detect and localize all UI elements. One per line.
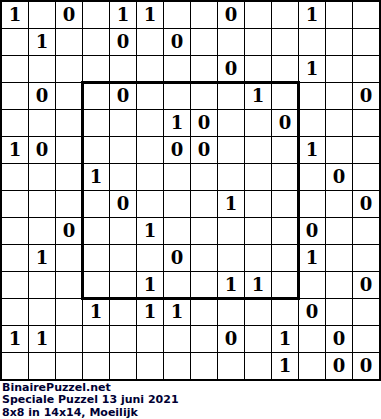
cell-r12c2[interactable] xyxy=(56,326,82,352)
cell-r4c0[interactable] xyxy=(2,110,28,136)
cell-r0c3[interactable] xyxy=(83,2,109,28)
cell-r12c9[interactable] xyxy=(245,326,271,352)
cell-r13c8[interactable] xyxy=(218,353,244,379)
cell-r11c10[interactable] xyxy=(272,299,298,325)
cell-r3c8[interactable] xyxy=(218,83,244,109)
cell-r9c0[interactable] xyxy=(2,245,28,271)
cell-r0c2: 0 xyxy=(56,2,82,28)
cell-r6c0[interactable] xyxy=(2,164,28,190)
cell-r0c6[interactable] xyxy=(164,2,190,28)
cell-r12c3[interactable] xyxy=(83,326,109,352)
cell-r12c6[interactable] xyxy=(164,326,190,352)
cell-r7c3[interactable] xyxy=(83,191,109,217)
cell-r2c2[interactable] xyxy=(56,56,82,82)
cell-r8c13[interactable] xyxy=(353,218,379,244)
cell-r10c8: 1 xyxy=(218,272,244,298)
cell-r5c4[interactable] xyxy=(110,137,136,163)
cell-r0c1[interactable] xyxy=(29,2,55,28)
cell-r11c3: 1 xyxy=(83,299,109,325)
cell-r13c10: 1 xyxy=(272,353,298,379)
cell-r12c0: 1 xyxy=(2,326,28,352)
cell-r7c11[interactable] xyxy=(299,191,325,217)
cell-r2c10[interactable] xyxy=(272,56,298,82)
cell-r12c4[interactable] xyxy=(110,326,136,352)
cell-r3c7[interactable] xyxy=(191,83,217,109)
cell-r8c7[interactable] xyxy=(191,218,217,244)
cell-r5c0: 1 xyxy=(2,137,28,163)
cell-r0c11: 1 xyxy=(299,2,325,28)
board: 1011011000100101001000110010010101111011… xyxy=(0,0,381,381)
cell-r9c3[interactable] xyxy=(83,245,109,271)
cell-r12c10: 1 xyxy=(272,326,298,352)
cell-r4c11[interactable] xyxy=(299,110,325,136)
cell-r4c13[interactable] xyxy=(353,110,379,136)
cell-r3c5[interactable] xyxy=(137,83,163,109)
cell-r2c4[interactable] xyxy=(110,56,136,82)
cell-r1c7[interactable] xyxy=(191,29,217,55)
cell-r6c6[interactable] xyxy=(164,164,190,190)
cell-r4c10: 0 xyxy=(272,110,298,136)
cell-r3c6[interactable] xyxy=(164,83,190,109)
cell-r12c13[interactable] xyxy=(353,326,379,352)
cell-r8c10[interactable] xyxy=(272,218,298,244)
cell-r5c13[interactable] xyxy=(353,137,379,163)
cell-r12c12: 0 xyxy=(326,326,352,352)
cell-r13c0[interactable] xyxy=(2,353,28,379)
cell-r13c9[interactable] xyxy=(245,353,271,379)
cell-r11c5: 1 xyxy=(137,299,163,325)
cell-r11c9[interactable] xyxy=(245,299,271,325)
cell-r10c9: 1 xyxy=(245,272,271,298)
cell-r9c8[interactable] xyxy=(218,245,244,271)
cell-r5c7: 0 xyxy=(191,137,217,163)
cell-r11c12[interactable] xyxy=(326,299,352,325)
cell-r1c0[interactable] xyxy=(2,29,28,55)
cell-r7c13: 0 xyxy=(353,191,379,217)
cell-r12c7[interactable] xyxy=(191,326,217,352)
cell-r9c5[interactable] xyxy=(137,245,163,271)
cell-r10c5: 1 xyxy=(137,272,163,298)
cell-r7c2[interactable] xyxy=(56,191,82,217)
cell-r3c12[interactable] xyxy=(326,83,352,109)
cell-r6c12: 0 xyxy=(326,164,352,190)
cell-r1c3[interactable] xyxy=(83,29,109,55)
cell-r5c8[interactable] xyxy=(218,137,244,163)
cell-r10c1[interactable] xyxy=(29,272,55,298)
cell-r8c4[interactable] xyxy=(110,218,136,244)
cell-r5c10[interactable] xyxy=(272,137,298,163)
cell-r0c10[interactable] xyxy=(272,2,298,28)
cell-r13c11[interactable] xyxy=(299,353,325,379)
cell-r11c13[interactable] xyxy=(353,299,379,325)
cell-r10c12[interactable] xyxy=(326,272,352,298)
cell-r8c2: 0 xyxy=(56,218,82,244)
cell-r1c9[interactable] xyxy=(245,29,271,55)
cell-r9c4[interactable] xyxy=(110,245,136,271)
cell-r10c13: 0 xyxy=(353,272,379,298)
cell-r13c7[interactable] xyxy=(191,353,217,379)
cell-r2c12[interactable] xyxy=(326,56,352,82)
cell-r1c6: 0 xyxy=(164,29,190,55)
cell-r5c9[interactable] xyxy=(245,137,271,163)
cell-r7c1[interactable] xyxy=(29,191,55,217)
cell-r0c8: 0 xyxy=(218,2,244,28)
cell-r4c7: 0 xyxy=(191,110,217,136)
cell-r6c2[interactable] xyxy=(56,164,82,190)
cell-r13c3[interactable] xyxy=(83,353,109,379)
cell-r11c4[interactable] xyxy=(110,299,136,325)
cell-r2c3[interactable] xyxy=(83,56,109,82)
cell-r10c11[interactable] xyxy=(299,272,325,298)
cell-r6c3: 1 xyxy=(83,164,109,190)
cell-r1c13[interactable] xyxy=(353,29,379,55)
cell-r13c1[interactable] xyxy=(29,353,55,379)
cell-r4c5[interactable] xyxy=(137,110,163,136)
cell-r0c7[interactable] xyxy=(191,2,217,28)
cell-r13c5[interactable] xyxy=(137,353,163,379)
cell-r9c13[interactable] xyxy=(353,245,379,271)
cell-r10c7[interactable] xyxy=(191,272,217,298)
cell-r2c5[interactable] xyxy=(137,56,163,82)
cell-r6c10[interactable] xyxy=(272,164,298,190)
cell-r3c0[interactable] xyxy=(2,83,28,109)
cell-r7c0[interactable] xyxy=(2,191,28,217)
cell-r8c0[interactable] xyxy=(2,218,28,244)
cell-r3c11[interactable] xyxy=(299,83,325,109)
cell-r1c5[interactable] xyxy=(137,29,163,55)
cell-r11c11: 0 xyxy=(299,299,325,325)
cell-r2c9[interactable] xyxy=(245,56,271,82)
cell-r2c6[interactable] xyxy=(164,56,190,82)
cell-r10c2[interactable] xyxy=(56,272,82,298)
cell-r10c6[interactable] xyxy=(164,272,190,298)
cell-r1c11[interactable] xyxy=(299,29,325,55)
cell-r5c1: 0 xyxy=(29,137,55,163)
cell-r4c4[interactable] xyxy=(110,110,136,136)
cell-r6c9[interactable] xyxy=(245,164,271,190)
cell-r0c0: 1 xyxy=(2,2,28,28)
board-wrap: 1011011000100101001000110010010101111011… xyxy=(0,0,381,381)
cell-r1c12[interactable] xyxy=(326,29,352,55)
cell-r11c8[interactable] xyxy=(218,299,244,325)
cell-r8c6[interactable] xyxy=(164,218,190,244)
cell-r5c2[interactable] xyxy=(56,137,82,163)
cell-r10c3[interactable] xyxy=(83,272,109,298)
cell-r7c5[interactable] xyxy=(137,191,163,217)
cell-r1c2[interactable] xyxy=(56,29,82,55)
cell-r2c1[interactable] xyxy=(29,56,55,82)
cell-r5c6: 0 xyxy=(164,137,190,163)
cell-r4c2[interactable] xyxy=(56,110,82,136)
cell-r7c12[interactable] xyxy=(326,191,352,217)
cell-r9c9[interactable] xyxy=(245,245,271,271)
cell-r12c11[interactable] xyxy=(299,326,325,352)
cell-r5c3[interactable] xyxy=(83,137,109,163)
cell-r6c13[interactable] xyxy=(353,164,379,190)
cell-r1c10[interactable] xyxy=(272,29,298,55)
cell-r9c11: 1 xyxy=(299,245,325,271)
cell-r12c1: 1 xyxy=(29,326,55,352)
cell-r9c7[interactable] xyxy=(191,245,217,271)
cell-r4c12[interactable] xyxy=(326,110,352,136)
cell-r1c8[interactable] xyxy=(218,29,244,55)
cell-r11c7[interactable] xyxy=(191,299,217,325)
cell-r8c3[interactable] xyxy=(83,218,109,244)
cell-r6c5[interactable] xyxy=(137,164,163,190)
puzzle-page: 1011011000100101001000110010010101111011… xyxy=(0,0,381,419)
cell-r7c6[interactable] xyxy=(164,191,190,217)
cell-r13c12: 0 xyxy=(326,353,352,379)
cell-r1c1: 1 xyxy=(29,29,55,55)
cell-r11c6: 1 xyxy=(164,299,190,325)
cell-r13c6[interactable] xyxy=(164,353,190,379)
cell-r7c4: 0 xyxy=(110,191,136,217)
cell-r9c12[interactable] xyxy=(326,245,352,271)
cell-r13c2[interactable] xyxy=(56,353,82,379)
cell-r2c0[interactable] xyxy=(2,56,28,82)
cell-r5c12[interactable] xyxy=(326,137,352,163)
cell-r9c1: 1 xyxy=(29,245,55,271)
cell-r8c12[interactable] xyxy=(326,218,352,244)
cell-r12c5[interactable] xyxy=(137,326,163,352)
cell-r11c0[interactable] xyxy=(2,299,28,325)
cell-r9c10[interactable] xyxy=(272,245,298,271)
cell-r0c12[interactable] xyxy=(326,2,352,28)
cell-r2c11: 1 xyxy=(299,56,325,82)
cell-r4c6: 1 xyxy=(164,110,190,136)
cell-r10c4[interactable] xyxy=(110,272,136,298)
cell-r4c8[interactable] xyxy=(218,110,244,136)
cell-r6c7[interactable] xyxy=(191,164,217,190)
cell-r0c4: 1 xyxy=(110,2,136,28)
cell-r3c9: 1 xyxy=(245,83,271,109)
cell-r0c9[interactable] xyxy=(245,2,271,28)
cell-r5c5[interactable] xyxy=(137,137,163,163)
cell-r4c9[interactable] xyxy=(245,110,271,136)
cell-r10c0[interactable] xyxy=(2,272,28,298)
cell-r9c6: 0 xyxy=(164,245,190,271)
cell-r9c2[interactable] xyxy=(56,245,82,271)
cell-r6c8[interactable] xyxy=(218,164,244,190)
puzzle-meta: 8x8 in 14x14, Moeilijk xyxy=(2,407,381,419)
cell-r8c9[interactable] xyxy=(245,218,271,244)
cell-r0c13[interactable] xyxy=(353,2,379,28)
cell-r7c10[interactable] xyxy=(272,191,298,217)
cell-r8c5: 1 xyxy=(137,218,163,244)
cell-r10c10[interactable] xyxy=(272,272,298,298)
cell-r13c4[interactable] xyxy=(110,353,136,379)
cell-r4c1[interactable] xyxy=(29,110,55,136)
cell-r4c3[interactable] xyxy=(83,110,109,136)
cell-r0c5: 1 xyxy=(137,2,163,28)
cell-r3c2[interactable] xyxy=(56,83,82,109)
cell-r13c13: 0 xyxy=(353,353,379,379)
cell-r3c3[interactable] xyxy=(83,83,109,109)
cell-r7c8: 1 xyxy=(218,191,244,217)
puzzle-title: Speciale Puzzel 13 juni 2021 xyxy=(2,394,381,406)
cell-r12c8: 0 xyxy=(218,326,244,352)
cell-r7c9[interactable] xyxy=(245,191,271,217)
cell-r3c10[interactable] xyxy=(272,83,298,109)
cell-r6c11[interactable] xyxy=(299,164,325,190)
cell-r11c1[interactable] xyxy=(29,299,55,325)
cell-r3c4: 0 xyxy=(110,83,136,109)
cell-r3c1: 0 xyxy=(29,83,55,109)
cell-r8c1[interactable] xyxy=(29,218,55,244)
cell-r6c4[interactable] xyxy=(110,164,136,190)
cell-r1c4: 0 xyxy=(110,29,136,55)
cell-r2c7[interactable] xyxy=(191,56,217,82)
cell-r3c13: 0 xyxy=(353,83,379,109)
cell-r2c13[interactable] xyxy=(353,56,379,82)
cell-r5c11: 1 xyxy=(299,137,325,163)
footer: BinairePuzzel.net Speciale Puzzel 13 jun… xyxy=(0,381,381,419)
cell-r8c8[interactable] xyxy=(218,218,244,244)
cell-r2c8: 0 xyxy=(218,56,244,82)
cell-r8c11: 0 xyxy=(299,218,325,244)
cell-r11c2[interactable] xyxy=(56,299,82,325)
cell-r7c7[interactable] xyxy=(191,191,217,217)
cell-r6c1[interactable] xyxy=(29,164,55,190)
